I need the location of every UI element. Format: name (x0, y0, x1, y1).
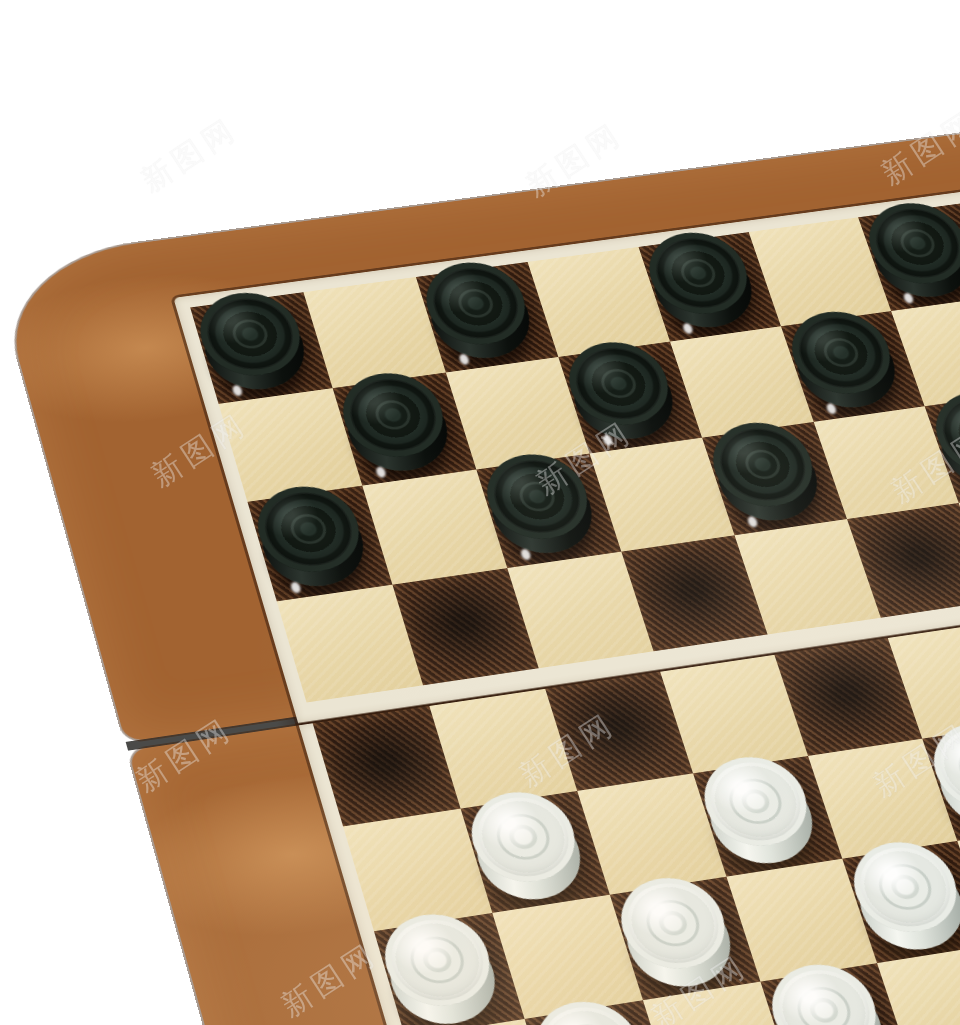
black-piece-r3c1[interactable] (247, 480, 370, 578)
checkers-board (0, 103, 960, 1025)
black-piece-r1c3[interactable] (416, 257, 537, 350)
photo-canvas: 新图网新图网新图网新图网新图网新图网新图网新图网新图网新图网新图网 (0, 0, 960, 1025)
white-piece-r7c1[interactable] (374, 907, 501, 1013)
black-piece-r2c2[interactable] (332, 367, 454, 463)
black-piece-r1c1[interactable] (190, 287, 311, 381)
board-half-top (0, 103, 960, 742)
perspective-scene (0, 0, 960, 1025)
